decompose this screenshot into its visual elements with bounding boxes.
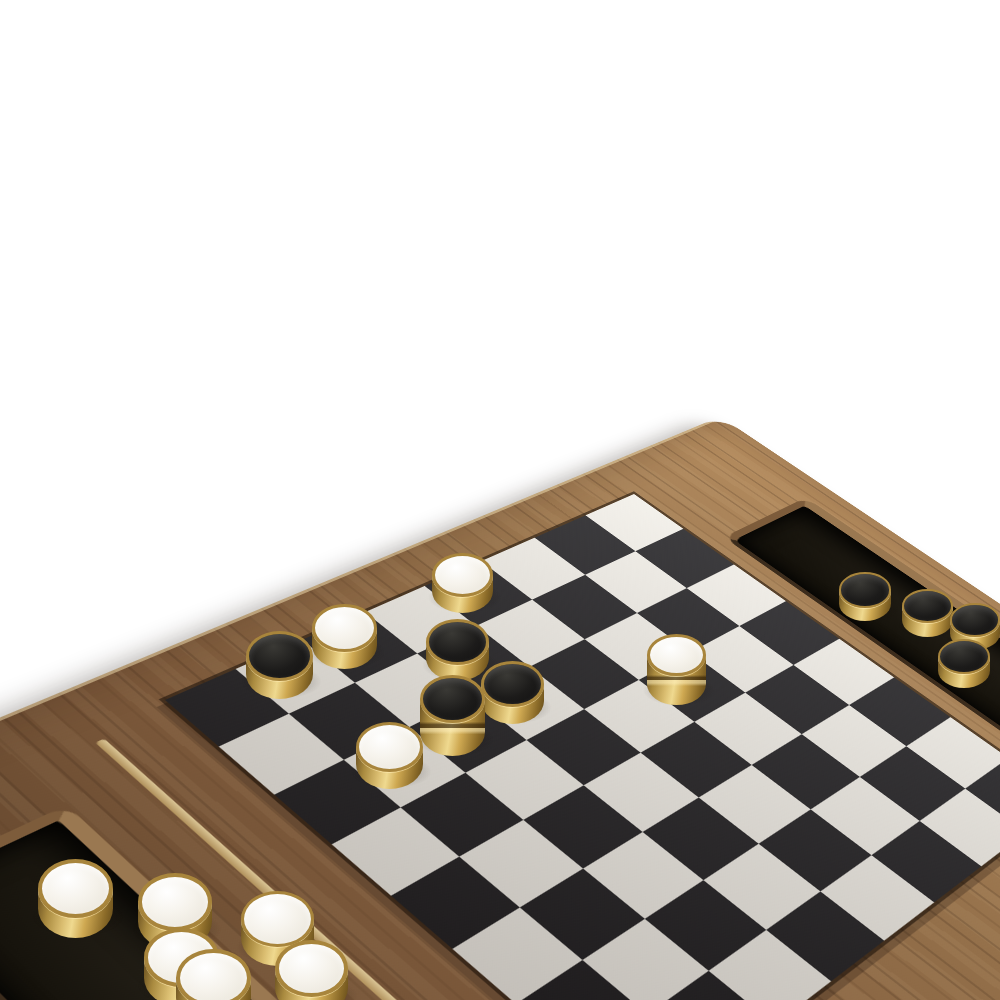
piece-face-white [432,553,493,597]
piece-face-white [647,634,706,676]
piece-face-white [241,891,314,947]
piece-face-white [312,604,377,652]
tray-piece-white[interactable] [38,859,113,938]
tray-piece-black[interactable] [839,572,891,621]
piece-face-white [275,940,348,997]
piece-face-black [950,603,1000,637]
tray-piece-white[interactable] [275,940,348,1000]
piece-face-white [356,722,423,772]
piece-face-black [839,572,891,607]
tray-piece-black[interactable] [938,639,990,688]
product-photo-stage [0,0,1000,1000]
piece-face-black [420,675,485,723]
piece-face-black [426,619,489,665]
piece-white-king[interactable] [647,634,706,705]
piece-face-white [38,859,113,918]
piece-black-king[interactable] [420,675,485,755]
piece-white[interactable] [356,722,423,789]
piece-white[interactable] [432,553,493,613]
piece-face-black [902,589,953,623]
tray-piece-white[interactable] [176,949,251,1000]
piece-face-white [138,873,212,931]
piece-white[interactable] [312,604,377,669]
piece-face-white [176,949,251,1000]
piece-black[interactable] [246,631,313,698]
piece-black[interactable] [481,661,544,723]
piece-face-black [481,661,544,707]
